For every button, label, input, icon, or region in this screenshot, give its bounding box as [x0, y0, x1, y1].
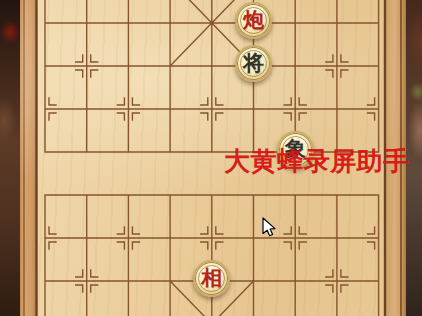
black-general[interactable]: 将 — [235, 45, 272, 82]
red-elephant-glyph: 相 — [195, 262, 228, 295]
black-general-glyph: 将 — [237, 47, 270, 80]
red-cannon-glyph: 炮 — [237, 4, 270, 37]
screen-recorder-watermark: 大黄蜂录屏助手 — [224, 144, 410, 179]
red-cannon[interactable]: 炮 — [235, 2, 272, 39]
red-elephant[interactable]: 相 — [193, 260, 230, 297]
background-left — [0, 0, 20, 316]
mouse-cursor-icon — [262, 217, 278, 239]
xiangqi-game-screen: 炮将象相 大黄蜂录屏助手 — [0, 0, 422, 316]
